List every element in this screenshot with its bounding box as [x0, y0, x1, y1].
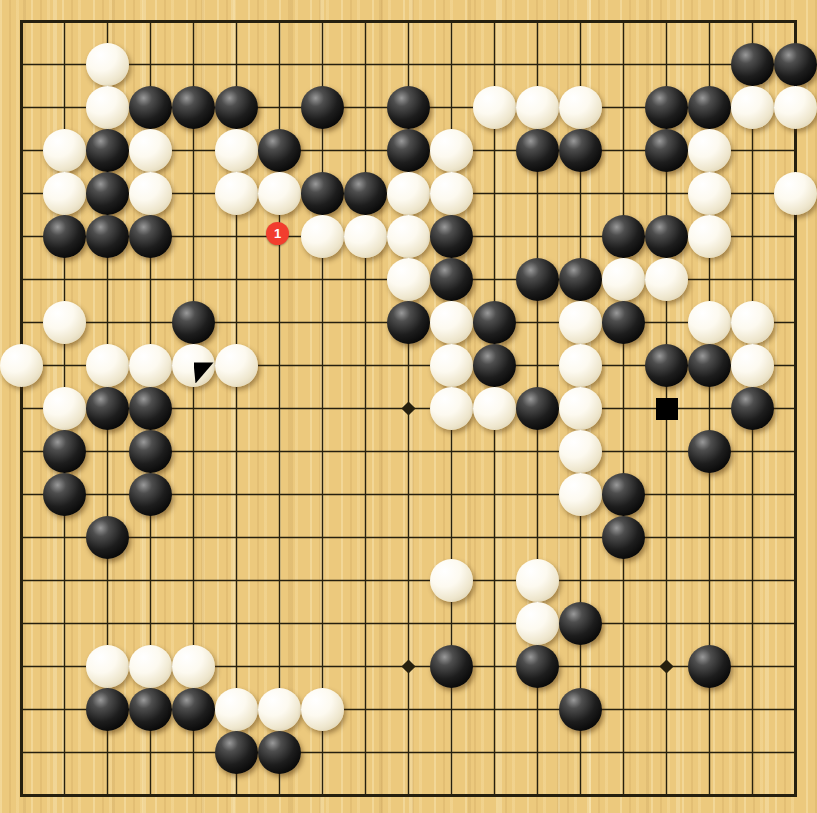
black-stone: [86, 387, 129, 430]
white-stone: [387, 172, 430, 215]
white-stone: [559, 344, 602, 387]
white-stone: [86, 344, 129, 387]
white-stone: [430, 344, 473, 387]
black-stone: [86, 516, 129, 559]
black-stone: [172, 688, 215, 731]
black-stone: [602, 215, 645, 258]
black-stone: [215, 731, 258, 774]
black-stone: [516, 258, 559, 301]
white-stone: [215, 129, 258, 172]
white-stone: [172, 645, 215, 688]
white-stone: [516, 86, 559, 129]
white-stone: [774, 86, 817, 129]
black-stone: [129, 473, 172, 516]
black-stone: [559, 258, 602, 301]
white-stone: [688, 172, 731, 215]
black-stone: [602, 473, 645, 516]
white-stone: [688, 215, 731, 258]
black-stone: [731, 387, 774, 430]
white-stone: [301, 215, 344, 258]
black-stone: [688, 86, 731, 129]
white-stone: [258, 688, 301, 731]
black-stone: [559, 688, 602, 731]
white-stone: [129, 129, 172, 172]
black-stone: [387, 301, 430, 344]
black-stone: [387, 129, 430, 172]
white-stone: [516, 602, 559, 645]
black-stone: [129, 215, 172, 258]
black-stone: [129, 430, 172, 473]
black-stone: [43, 215, 86, 258]
black-stone: [86, 129, 129, 172]
white-stone: [0, 344, 43, 387]
black-stone: [774, 43, 817, 86]
white-stone: [43, 387, 86, 430]
white-stone: [387, 258, 430, 301]
white-stone: [559, 430, 602, 473]
black-stone: [43, 473, 86, 516]
white-stone: [430, 387, 473, 430]
white-stone: [645, 258, 688, 301]
black-stone: [430, 645, 473, 688]
white-stone: [688, 129, 731, 172]
white-stone: [473, 86, 516, 129]
white-stone: [731, 301, 774, 344]
white-stone: [129, 344, 172, 387]
white-stone: [387, 215, 430, 258]
white-stone: [43, 301, 86, 344]
white-stone: [215, 344, 258, 387]
black-stone: [473, 301, 516, 344]
black-stone: [86, 215, 129, 258]
black-stone: [129, 86, 172, 129]
white-stone: [559, 387, 602, 430]
black-stone: [645, 344, 688, 387]
white-stone: [602, 258, 645, 301]
black-stone: [86, 172, 129, 215]
black-stone: [645, 129, 688, 172]
white-stone: [86, 43, 129, 86]
white-stone: [129, 172, 172, 215]
stone-layer: 1: [0, 0, 817, 813]
white-stone: [516, 559, 559, 602]
black-stone: [602, 301, 645, 344]
white-stone: [430, 129, 473, 172]
black-stone: [344, 172, 387, 215]
white-stone: [258, 172, 301, 215]
white-stone: [43, 129, 86, 172]
white-stone: [129, 645, 172, 688]
white-stone: [215, 688, 258, 731]
black-stone: [516, 129, 559, 172]
black-stone: [688, 645, 731, 688]
white-stone: [473, 387, 516, 430]
white-stone: [301, 688, 344, 731]
white-stone: [559, 86, 602, 129]
white-stone: [688, 301, 731, 344]
white-stone: [731, 344, 774, 387]
white-stone: [344, 215, 387, 258]
black-stone: [688, 344, 731, 387]
black-stone: [731, 43, 774, 86]
white-stone: [86, 645, 129, 688]
white-stone: [731, 86, 774, 129]
white-stone: [430, 559, 473, 602]
black-stone: [129, 688, 172, 731]
white-stone: [86, 86, 129, 129]
black-stone: [602, 516, 645, 559]
black-stone: [387, 86, 430, 129]
black-stone: [430, 215, 473, 258]
black-stone: [516, 387, 559, 430]
black-stone: [172, 301, 215, 344]
black-stone: [43, 430, 86, 473]
black-stone: [645, 86, 688, 129]
move-1-marker: 1: [266, 222, 289, 245]
black-stone: [172, 86, 215, 129]
black-stone: [301, 86, 344, 129]
black-stone: [258, 731, 301, 774]
black-stone: [258, 129, 301, 172]
white-stone: [559, 473, 602, 516]
black-stone: [86, 688, 129, 731]
black-stone: [688, 430, 731, 473]
black-stone: [559, 602, 602, 645]
black-stone: [473, 344, 516, 387]
white-stone: [774, 172, 817, 215]
go-board[interactable]: 1: [0, 0, 817, 813]
black-stone: [516, 645, 559, 688]
black-stone: [645, 215, 688, 258]
black-stone: [301, 172, 344, 215]
black-stone: [129, 387, 172, 430]
white-stone: [430, 301, 473, 344]
black-stone: [559, 129, 602, 172]
black-stone: [215, 86, 258, 129]
black-stone: [430, 258, 473, 301]
white-stone: [43, 172, 86, 215]
white-stone: [559, 301, 602, 344]
white-stone: [215, 172, 258, 215]
square-marker: [656, 398, 678, 420]
white-stone: [430, 172, 473, 215]
